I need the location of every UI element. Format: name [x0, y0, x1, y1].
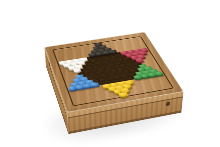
finger-hole	[165, 101, 170, 106]
peg-yellow[interactable]	[124, 80, 133, 85]
board-hole[interactable]	[92, 68, 101, 72]
peg-yellow[interactable]	[115, 85, 124, 90]
peg-blue[interactable]	[75, 74, 84, 78]
board-hole[interactable]	[111, 68, 120, 72]
peg-yellow[interactable]	[123, 84, 132, 89]
peg-blue[interactable]	[75, 85, 84, 90]
board-hole[interactable]	[100, 77, 109, 81]
board-hole[interactable]	[94, 74, 103, 78]
peg-blue[interactable]	[80, 77, 89, 81]
star-row	[119, 92, 128, 97]
peg-green[interactable]	[140, 74, 149, 78]
peg-green[interactable]	[133, 75, 142, 79]
board-hole[interactable]	[82, 73, 91, 77]
star-row	[73, 66, 153, 82]
peg-green[interactable]	[148, 73, 157, 77]
peg-yellow[interactable]	[108, 86, 117, 91]
board-hole[interactable]	[123, 70, 132, 74]
board-hole[interactable]	[102, 73, 111, 77]
board-hole[interactable]	[77, 71, 86, 75]
star-row	[103, 80, 134, 88]
board-hole[interactable]	[87, 76, 96, 80]
peg-yellow[interactable]	[103, 84, 112, 89]
star-row	[108, 84, 132, 91]
board-hole[interactable]	[85, 69, 94, 73]
board-hole[interactable]	[119, 77, 128, 82]
board-hole[interactable]	[109, 72, 118, 76]
board-hole[interactable]	[121, 73, 130, 77]
peg-blue[interactable]	[68, 86, 77, 91]
peg-blue[interactable]	[83, 83, 92, 88]
peg-yellow[interactable]	[117, 81, 126, 86]
peg-green[interactable]	[137, 67, 146, 71]
peg-blue[interactable]	[70, 82, 79, 87]
board-hole[interactable]	[128, 72, 137, 76]
board-hole[interactable]	[89, 72, 98, 76]
peg-green[interactable]	[135, 71, 144, 75]
board-hole[interactable]	[92, 78, 101, 83]
board-hole[interactable]	[97, 71, 106, 75]
star-row	[70, 69, 158, 87]
board-hole[interactable]	[116, 71, 125, 75]
game-box	[45, 32, 184, 112]
photo-scene	[0, 0, 220, 147]
peg-yellow[interactable]	[110, 82, 119, 87]
peg-blue[interactable]	[78, 81, 87, 86]
peg-white[interactable]	[73, 68, 81, 72]
peg-green[interactable]	[144, 66, 153, 70]
peg-green[interactable]	[142, 70, 151, 74]
board-hole[interactable]	[114, 75, 123, 79]
peg-yellow[interactable]	[121, 88, 130, 93]
board-hole[interactable]	[97, 81, 106, 86]
peg-yellow[interactable]	[113, 89, 122, 94]
board-hole[interactable]	[107, 76, 116, 80]
board-hole[interactable]	[105, 80, 114, 85]
board-hole[interactable]	[130, 69, 139, 73]
board-hole[interactable]	[112, 79, 121, 84]
peg-green[interactable]	[154, 71, 163, 75]
peg-red[interactable]	[135, 58, 144, 62]
board-hole[interactable]	[126, 76, 135, 80]
peg-green[interactable]	[149, 69, 158, 73]
peg-blue[interactable]	[90, 82, 99, 87]
peg-blue[interactable]	[85, 80, 94, 85]
star-row	[68, 71, 164, 90]
peg-blue[interactable]	[73, 78, 82, 83]
board-star	[53, 37, 172, 106]
peg-yellow[interactable]	[119, 92, 128, 97]
star-row	[113, 88, 130, 94]
board-hole[interactable]	[104, 70, 113, 74]
